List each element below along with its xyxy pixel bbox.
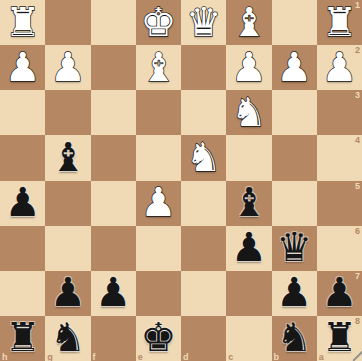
board-square-b6[interactable]: ♛ bbox=[272, 226, 317, 271]
piece-black-pawn[interactable]: ♟ bbox=[272, 271, 317, 316]
board-square-d5[interactable] bbox=[181, 181, 226, 226]
board-square-h4[interactable] bbox=[0, 135, 45, 180]
rank-label-3: 3 bbox=[355, 90, 360, 100]
board-square-e3[interactable] bbox=[136, 90, 181, 135]
board-square-b2[interactable]: ♟ bbox=[272, 45, 317, 90]
board-square-d4[interactable]: ♞ bbox=[181, 135, 226, 180]
board-square-e4[interactable] bbox=[136, 135, 181, 180]
piece-white-pawn[interactable]: ♟ bbox=[0, 45, 45, 90]
file-label-c: c bbox=[228, 352, 233, 361]
board-square-f6[interactable] bbox=[91, 226, 136, 271]
board-square-c7[interactable] bbox=[226, 271, 271, 316]
piece-black-pawn[interactable]: ♟ bbox=[317, 271, 362, 316]
board-square-d2[interactable] bbox=[181, 45, 226, 90]
piece-white-king[interactable]: ♚ bbox=[136, 0, 181, 45]
board-square-e8[interactable]: e♚ bbox=[136, 316, 181, 361]
piece-black-bishop[interactable]: ♝ bbox=[226, 181, 271, 226]
piece-black-pawn[interactable]: ♟ bbox=[91, 271, 136, 316]
board-square-b5[interactable] bbox=[272, 181, 317, 226]
board-square-b7[interactable]: ♟ bbox=[272, 271, 317, 316]
board-square-g8[interactable]: g♞ bbox=[45, 316, 90, 361]
board-square-e1[interactable]: ♚ bbox=[136, 0, 181, 45]
board-square-d7[interactable] bbox=[181, 271, 226, 316]
board-square-b1[interactable] bbox=[272, 0, 317, 45]
piece-black-king[interactable]: ♚ bbox=[136, 316, 181, 361]
chess-board-screenshot: ♜♚♛♝1♜♟♟♝♟♟2♟♞3♝♞4♟♟♝5♟♛6♟♟♟7♟h♜g♞fe♚dcb… bbox=[0, 0, 362, 361]
board-square-h3[interactable] bbox=[0, 90, 45, 135]
board-square-f7[interactable]: ♟ bbox=[91, 271, 136, 316]
board-square-b8[interactable]: b♞ bbox=[272, 316, 317, 361]
board-square-h6[interactable] bbox=[0, 226, 45, 271]
board-square-c6[interactable]: ♟ bbox=[226, 226, 271, 271]
board-square-h1[interactable]: ♜ bbox=[0, 0, 45, 45]
rank-label-5: 5 bbox=[355, 181, 360, 191]
board-square-c8[interactable]: c bbox=[226, 316, 271, 361]
piece-white-bishop[interactable]: ♝ bbox=[226, 0, 271, 45]
board-square-f2[interactable] bbox=[91, 45, 136, 90]
board-square-g7[interactable]: ♟ bbox=[45, 271, 90, 316]
file-label-f: f bbox=[93, 352, 96, 361]
piece-white-pawn[interactable]: ♟ bbox=[45, 45, 90, 90]
board-square-b4[interactable] bbox=[272, 135, 317, 180]
board-square-f4[interactable] bbox=[91, 135, 136, 180]
board-square-e5[interactable]: ♟ bbox=[136, 181, 181, 226]
board-square-h8[interactable]: h♜ bbox=[0, 316, 45, 361]
board-square-g4[interactable]: ♝ bbox=[45, 135, 90, 180]
board-square-f3[interactable] bbox=[91, 90, 136, 135]
chess-board: ♜♚♛♝1♜♟♟♝♟♟2♟♞3♝♞4♟♟♝5♟♛6♟♟♟7♟h♜g♞fe♚dcb… bbox=[0, 0, 362, 361]
board-square-g1[interactable] bbox=[45, 0, 90, 45]
board-square-h5[interactable]: ♟ bbox=[0, 181, 45, 226]
board-square-d8[interactable]: d bbox=[181, 316, 226, 361]
board-square-d6[interactable] bbox=[181, 226, 226, 271]
piece-white-bishop[interactable]: ♝ bbox=[136, 45, 181, 90]
piece-white-rook[interactable]: ♜ bbox=[317, 0, 362, 45]
piece-black-rook[interactable]: ♜ bbox=[317, 316, 362, 361]
board-square-d1[interactable]: ♛ bbox=[181, 0, 226, 45]
board-square-f8[interactable]: f bbox=[91, 316, 136, 361]
piece-white-knight[interactable]: ♞ bbox=[181, 135, 226, 180]
board-square-a7[interactable]: 7♟ bbox=[317, 271, 362, 316]
board-square-c3[interactable]: ♞ bbox=[226, 90, 271, 135]
piece-white-pawn[interactable]: ♟ bbox=[226, 45, 271, 90]
board-square-a3[interactable]: 3 bbox=[317, 90, 362, 135]
piece-black-bishop[interactable]: ♝ bbox=[45, 135, 90, 180]
rank-label-6: 6 bbox=[355, 226, 360, 236]
piece-black-knight[interactable]: ♞ bbox=[45, 316, 90, 361]
board-square-a8[interactable]: 8a♜ bbox=[317, 316, 362, 361]
board-square-a6[interactable]: 6 bbox=[317, 226, 362, 271]
board-square-e2[interactable]: ♝ bbox=[136, 45, 181, 90]
piece-black-pawn[interactable]: ♟ bbox=[0, 181, 45, 226]
board-square-g3[interactable] bbox=[45, 90, 90, 135]
board-square-a4[interactable]: 4 bbox=[317, 135, 362, 180]
piece-black-queen[interactable]: ♛ bbox=[272, 226, 317, 271]
board-square-f5[interactable] bbox=[91, 181, 136, 226]
board-square-c1[interactable]: ♝ bbox=[226, 0, 271, 45]
board-square-c4[interactable] bbox=[226, 135, 271, 180]
board-square-e7[interactable] bbox=[136, 271, 181, 316]
piece-white-pawn[interactable]: ♟ bbox=[272, 45, 317, 90]
piece-black-pawn[interactable]: ♟ bbox=[45, 271, 90, 316]
board-square-d3[interactable] bbox=[181, 90, 226, 135]
board-square-b3[interactable] bbox=[272, 90, 317, 135]
piece-black-knight[interactable]: ♞ bbox=[272, 316, 317, 361]
board-square-a2[interactable]: 2♟ bbox=[317, 45, 362, 90]
rank-label-4: 4 bbox=[355, 135, 360, 145]
board-square-e6[interactable] bbox=[136, 226, 181, 271]
piece-white-queen[interactable]: ♛ bbox=[181, 0, 226, 45]
board-square-f1[interactable] bbox=[91, 0, 136, 45]
piece-white-knight[interactable]: ♞ bbox=[226, 90, 271, 135]
board-square-g2[interactable]: ♟ bbox=[45, 45, 90, 90]
board-square-a1[interactable]: 1♜ bbox=[317, 0, 362, 45]
board-square-g5[interactable] bbox=[45, 181, 90, 226]
piece-white-pawn[interactable]: ♟ bbox=[136, 181, 181, 226]
piece-black-rook[interactable]: ♜ bbox=[0, 316, 45, 361]
board-square-h7[interactable] bbox=[0, 271, 45, 316]
board-square-c5[interactable]: ♝ bbox=[226, 181, 271, 226]
piece-white-pawn[interactable]: ♟ bbox=[317, 45, 362, 90]
board-square-a5[interactable]: 5 bbox=[317, 181, 362, 226]
board-square-h2[interactable]: ♟ bbox=[0, 45, 45, 90]
piece-white-rook[interactable]: ♜ bbox=[0, 0, 45, 45]
file-label-d: d bbox=[183, 352, 189, 361]
board-square-c2[interactable]: ♟ bbox=[226, 45, 271, 90]
board-square-g6[interactable] bbox=[45, 226, 90, 271]
piece-black-pawn[interactable]: ♟ bbox=[226, 226, 271, 271]
